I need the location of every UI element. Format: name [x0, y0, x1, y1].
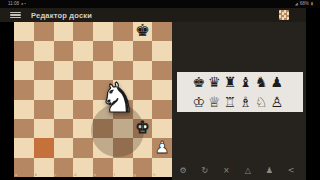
- square-b4[interactable]: [34, 100, 54, 119]
- square-h4[interactable]: [152, 100, 172, 119]
- square-g8[interactable]: ♚: [133, 22, 153, 41]
- file-coordinate: e: [94, 173, 96, 177]
- palette-black-rook[interactable]: ♜: [222, 72, 238, 92]
- dragged-white-knight[interactable]: ♞: [96, 77, 140, 121]
- square-e7[interactable]: [93, 41, 113, 60]
- black-king[interactable]: ♚: [133, 22, 153, 41]
- square-a3[interactable]: [14, 119, 34, 138]
- palette-white-queen[interactable]: ♕: [207, 92, 223, 112]
- menu-icon[interactable]: [10, 12, 21, 19]
- square-f7[interactable]: [113, 41, 133, 60]
- bottom-action-bar: ⚙↻×△♟<: [172, 163, 302, 178]
- square-h8[interactable]: [152, 22, 172, 41]
- square-c1[interactable]: c: [54, 158, 74, 177]
- square-a6[interactable]: [14, 61, 34, 80]
- status-right: ◢ 68% ▮: [295, 0, 320, 8]
- square-b3[interactable]: [34, 119, 54, 138]
- palette-black-queen[interactable]: ♛: [207, 72, 223, 92]
- file-coordinate: b: [35, 173, 37, 177]
- palette-white-knight[interactable]: ♘: [253, 92, 269, 112]
- pawn-tray-icon[interactable]: ♟: [266, 163, 273, 178]
- square-f2[interactable]: [113, 138, 133, 157]
- palette-white-king[interactable]: ♔: [191, 92, 207, 112]
- palette-black-knight[interactable]: ♞: [253, 72, 269, 92]
- square-h3[interactable]: [152, 119, 172, 138]
- right-panel: ♚♛♜♝♞♟♔♕♖♗♘♙ ⚙↻×△♟<: [172, 22, 306, 180]
- board-editor-screen: 11:08 ● ▪ ◢ 68% ▮ Редактор доски ♚♚♟abcd…: [0, 0, 320, 180]
- square-d3[interactable]: [73, 119, 93, 138]
- wifi-icon: ◢: [295, 0, 298, 8]
- square-f8[interactable]: [113, 22, 133, 41]
- android-nav-bar: [306, 8, 320, 180]
- square-d4[interactable]: [73, 100, 93, 119]
- palette-black-bishop[interactable]: ♝: [238, 72, 254, 92]
- square-d7[interactable]: [73, 41, 93, 60]
- square-c3[interactable]: [54, 119, 74, 138]
- square-d1[interactable]: d: [73, 158, 93, 177]
- square-a1[interactable]: a: [14, 158, 34, 177]
- battery-icon: ▮: [311, 0, 313, 8]
- square-b2[interactable]: [34, 138, 54, 157]
- status-left: 11:08 ● ▪: [0, 0, 26, 8]
- notification-icons: ● ▪: [21, 0, 26, 8]
- square-h5[interactable]: [152, 80, 172, 99]
- file-coordinate: g: [134, 173, 136, 177]
- chess-board[interactable]: ♚♚♟abcdefgh: [14, 22, 172, 177]
- square-a5[interactable]: [14, 80, 34, 99]
- board-settings-icon[interactable]: [279, 10, 289, 20]
- square-c8[interactable]: [54, 22, 74, 41]
- triangle-icon[interactable]: △: [245, 163, 251, 178]
- square-c6[interactable]: [54, 61, 74, 80]
- toolbar: Редактор доски: [0, 8, 306, 22]
- square-h6[interactable]: [152, 61, 172, 80]
- palette-black-king[interactable]: ♚: [191, 72, 207, 92]
- square-d2[interactable]: [73, 138, 93, 157]
- file-coordinate: c: [55, 173, 57, 177]
- piece-palette: ♚♛♜♝♞♟♔♕♖♗♘♙: [177, 72, 303, 113]
- share-icon[interactable]: <: [288, 163, 295, 178]
- square-a7[interactable]: [14, 41, 34, 60]
- square-b8[interactable]: [34, 22, 54, 41]
- square-b7[interactable]: [34, 41, 54, 60]
- square-c2[interactable]: [54, 138, 74, 157]
- square-b5[interactable]: [34, 80, 54, 99]
- square-a8[interactable]: [14, 22, 34, 41]
- status-bar: 11:08 ● ▪ ◢ 68% ▮: [0, 0, 320, 8]
- square-g7[interactable]: [133, 41, 153, 60]
- square-d6[interactable]: [73, 61, 93, 80]
- square-c7[interactable]: [54, 41, 74, 60]
- gear-icon[interactable]: ⚙: [179, 163, 186, 178]
- square-d8[interactable]: [73, 22, 93, 41]
- page-title: Редактор доски: [31, 11, 92, 20]
- palette-white-rook[interactable]: ♖: [222, 92, 238, 112]
- file-coordinate: h: [153, 173, 155, 177]
- file-coordinate: f: [114, 173, 115, 177]
- palette-white-pawn[interactable]: ♙: [269, 92, 285, 112]
- square-b1[interactable]: b: [34, 158, 54, 177]
- file-coordinate: d: [74, 173, 76, 177]
- square-h1[interactable]: h: [152, 158, 172, 177]
- square-c5[interactable]: [54, 80, 74, 99]
- square-d5[interactable]: [73, 80, 93, 99]
- white-pawn[interactable]: ♟: [152, 138, 172, 157]
- clock: 11:08: [8, 0, 19, 8]
- square-h7[interactable]: [152, 41, 172, 60]
- square-e1[interactable]: e: [93, 158, 113, 177]
- square-a4[interactable]: [14, 100, 34, 119]
- file-coordinate: a: [15, 173, 17, 177]
- clear-board-icon[interactable]: ×: [223, 163, 230, 178]
- square-h2[interactable]: ♟: [152, 138, 172, 157]
- square-b6[interactable]: [34, 61, 54, 80]
- square-g1[interactable]: g: [133, 158, 153, 177]
- square-a2[interactable]: [14, 138, 34, 157]
- square-e2[interactable]: [93, 138, 113, 157]
- white-pieces-row: ♔♕♖♗♘♙: [177, 92, 303, 112]
- palette-black-pawn[interactable]: ♟: [269, 72, 285, 92]
- black-pieces-row: ♚♛♜♝♞♟: [177, 72, 303, 92]
- square-e8[interactable]: [93, 22, 113, 41]
- palette-white-bishop[interactable]: ♗: [238, 92, 254, 112]
- square-f1[interactable]: f: [113, 158, 133, 177]
- square-c4[interactable]: [54, 100, 74, 119]
- square-g2[interactable]: [133, 138, 153, 157]
- battery-percent: 68%: [300, 0, 309, 8]
- rotate-icon[interactable]: ↻: [202, 163, 209, 178]
